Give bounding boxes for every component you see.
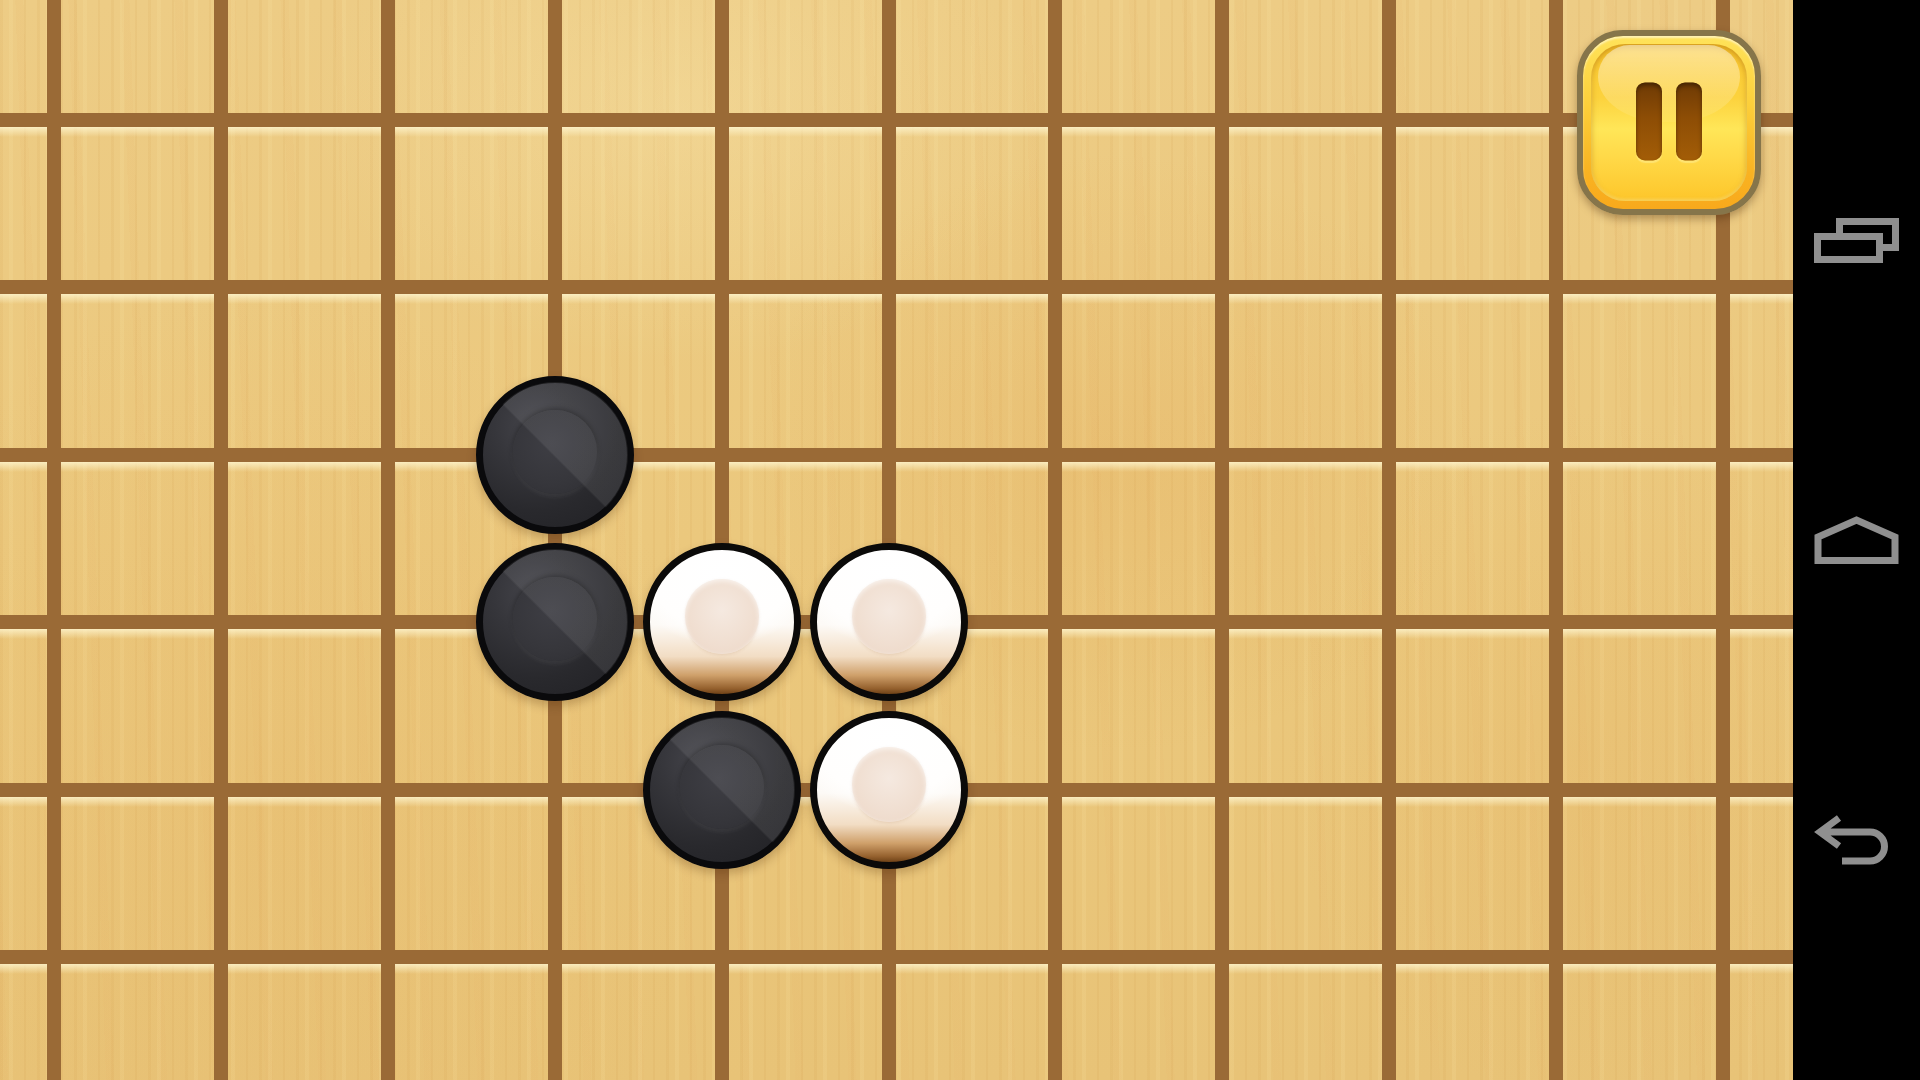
stone-core: [685, 579, 760, 654]
back-icon: [1812, 814, 1902, 866]
stone-white: [810, 711, 968, 869]
game-screen: [0, 0, 1920, 1080]
pause-bar-left: [1636, 82, 1662, 160]
grid-vertical-line: [1048, 0, 1062, 1080]
grid-horizontal-line: [0, 448, 1793, 462]
grid-vertical-line: [1382, 0, 1396, 1080]
stone-white: [643, 543, 801, 701]
stone-sheen: [482, 549, 628, 695]
back-button[interactable]: [1793, 690, 1920, 990]
stone-core: [852, 747, 927, 822]
grid-vertical-line: [882, 0, 896, 1080]
board-grid[interactable]: [0, 0, 1793, 1080]
pause-bar-right: [1676, 82, 1702, 160]
pause-button[interactable]: [1577, 30, 1761, 215]
pause-icon: [1636, 82, 1702, 160]
android-navigation-bar: [1793, 0, 1920, 1080]
stone-core: [852, 579, 927, 654]
grid-vertical-line: [715, 0, 729, 1080]
recents-icon: [1814, 218, 1899, 263]
grid-vertical-line: [47, 0, 61, 1080]
grid-horizontal-line: [0, 280, 1793, 294]
grid-horizontal-line: [0, 950, 1793, 964]
stone-sheen: [482, 382, 628, 528]
home-icon: [1814, 516, 1899, 564]
grid-vertical-line: [214, 0, 228, 1080]
stone-black: [476, 543, 634, 701]
stone-white: [810, 543, 968, 701]
recent-apps-button[interactable]: [1793, 90, 1920, 390]
grid-vertical-line: [1215, 0, 1229, 1080]
grid-vertical-line: [548, 0, 562, 1080]
home-button[interactable]: [1793, 390, 1920, 690]
stone-black: [643, 711, 801, 869]
grid-horizontal-line: [0, 113, 1793, 127]
grid-vertical-line: [381, 0, 395, 1080]
grid-vertical-line: [1549, 0, 1563, 1080]
stone-black: [476, 376, 634, 534]
stone-sheen: [649, 717, 795, 863]
